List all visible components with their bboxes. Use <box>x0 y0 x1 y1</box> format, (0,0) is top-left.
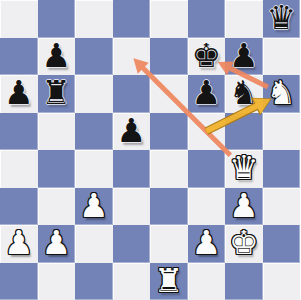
piece-bk-f7[interactable]: ♚ <box>188 37 226 75</box>
square-c4[interactable] <box>75 150 113 188</box>
square-f5[interactable] <box>188 113 226 151</box>
square-e6[interactable] <box>150 75 188 113</box>
chess-board: ♛♟♚♟♟♜♟♞♞♟♛♟♟♟♟♟♚♜ <box>0 0 300 300</box>
square-c5[interactable] <box>75 113 113 151</box>
square-f4[interactable] <box>188 150 226 188</box>
piece-bp-g7[interactable]: ♟ <box>225 37 263 75</box>
square-h7[interactable] <box>263 38 301 76</box>
square-c1[interactable] <box>75 263 113 300</box>
square-h5[interactable] <box>263 113 301 151</box>
square-e3[interactable] <box>150 188 188 226</box>
square-d8[interactable] <box>113 0 151 38</box>
square-d1[interactable] <box>113 263 151 300</box>
square-h1[interactable] <box>263 263 301 300</box>
piece-wr-e1[interactable]: ♜ <box>150 262 188 300</box>
square-e5[interactable] <box>150 113 188 151</box>
piece-wp-f2[interactable]: ♟ <box>188 224 226 262</box>
square-a7[interactable] <box>0 38 38 76</box>
piece-bp-a6[interactable]: ♟ <box>0 74 38 112</box>
piece-wp-b2[interactable]: ♟ <box>38 224 76 262</box>
square-b8[interactable] <box>38 0 76 38</box>
square-b4[interactable] <box>38 150 76 188</box>
piece-wp-a2[interactable]: ♟ <box>0 224 38 262</box>
piece-bp-d5[interactable]: ♟ <box>113 112 151 150</box>
square-e2[interactable] <box>150 225 188 263</box>
square-e7[interactable] <box>150 38 188 76</box>
square-a3[interactable] <box>0 188 38 226</box>
piece-wp-c3[interactable]: ♟ <box>75 187 113 225</box>
square-c8[interactable] <box>75 0 113 38</box>
piece-br-b6[interactable]: ♜ <box>38 74 76 112</box>
square-h2[interactable] <box>263 225 301 263</box>
square-f8[interactable] <box>188 0 226 38</box>
square-a8[interactable] <box>0 0 38 38</box>
square-d2[interactable] <box>113 225 151 263</box>
piece-bp-b7[interactable]: ♟ <box>38 37 76 75</box>
piece-wp-g3[interactable]: ♟ <box>225 187 263 225</box>
square-h4[interactable] <box>263 150 301 188</box>
square-b1[interactable] <box>38 263 76 300</box>
square-d6[interactable] <box>113 75 151 113</box>
square-d7[interactable] <box>113 38 151 76</box>
square-f1[interactable] <box>188 263 226 300</box>
square-h3[interactable] <box>263 188 301 226</box>
square-a4[interactable] <box>0 150 38 188</box>
square-g1[interactable] <box>225 263 263 300</box>
square-d3[interactable] <box>113 188 151 226</box>
square-a5[interactable] <box>0 113 38 151</box>
piece-bn-g6[interactable]: ♞ <box>225 74 263 112</box>
square-f3[interactable] <box>188 188 226 226</box>
square-g8[interactable] <box>225 0 263 38</box>
square-e4[interactable] <box>150 150 188 188</box>
piece-wq-g4[interactable]: ♛ <box>225 149 263 187</box>
piece-bp-f6[interactable]: ♟ <box>188 74 226 112</box>
square-c7[interactable] <box>75 38 113 76</box>
piece-wk-g2[interactable]: ♚ <box>225 224 263 262</box>
square-g5[interactable] <box>225 113 263 151</box>
square-d4[interactable] <box>113 150 151 188</box>
square-b3[interactable] <box>38 188 76 226</box>
square-c6[interactable] <box>75 75 113 113</box>
piece-bq-h8[interactable]: ♛ <box>263 0 301 37</box>
square-a1[interactable] <box>0 263 38 300</box>
square-e8[interactable] <box>150 0 188 38</box>
piece-wn-h6[interactable]: ♞ <box>263 74 301 112</box>
square-c2[interactable] <box>75 225 113 263</box>
square-b5[interactable] <box>38 113 76 151</box>
